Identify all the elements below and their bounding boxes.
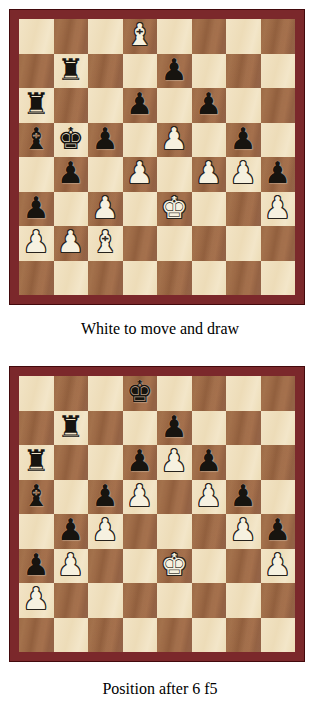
black-pawn: ♟ — [264, 158, 291, 188]
square-b5: ♚ — [54, 123, 89, 158]
white-pawn: ♟ — [264, 550, 291, 580]
caption-bottom: Position after 6 f5 — [0, 678, 320, 699]
white-pawn: ♟ — [126, 481, 153, 511]
black-pawn: ♟ — [57, 515, 84, 545]
black-king: ♚ — [57, 124, 84, 154]
chess-board-top: ♝♜♟♜♟♟♝♚♟♟♟♟♟♟♟♟♟♟♚♟♟♟♝ — [19, 19, 295, 295]
square-e7: ♟ — [157, 54, 192, 89]
square-h8 — [261, 376, 296, 411]
square-a7 — [19, 411, 54, 446]
square-b6 — [54, 88, 89, 123]
black-bishop: ♝ — [23, 481, 50, 511]
square-c3 — [88, 549, 123, 584]
black-rook: ♜ — [23, 89, 50, 119]
white-pawn: ♟ — [57, 227, 84, 257]
square-f3 — [192, 192, 227, 227]
white-pawn: ♟ — [161, 446, 188, 476]
black-pawn: ♟ — [92, 481, 119, 511]
square-f6: ♟ — [192, 445, 227, 480]
square-g7 — [226, 411, 261, 446]
square-d3 — [123, 192, 158, 227]
square-g6 — [226, 445, 261, 480]
black-pawn: ♟ — [161, 412, 188, 442]
white-pawn: ♟ — [195, 158, 222, 188]
black-king: ♚ — [126, 377, 153, 407]
square-f8 — [192, 376, 227, 411]
square-e8 — [157, 19, 192, 54]
square-h3: ♟ — [261, 192, 296, 227]
square-d8: ♚ — [123, 376, 158, 411]
square-h1 — [261, 618, 296, 653]
white-pawn: ♟ — [195, 481, 222, 511]
square-d4 — [123, 514, 158, 549]
white-king: ♚ — [161, 550, 188, 580]
white-pawn: ♟ — [57, 550, 84, 580]
square-h4: ♟ — [261, 157, 296, 192]
square-e6: ♟ — [157, 445, 192, 480]
black-rook: ♜ — [57, 412, 84, 442]
square-f2 — [192, 226, 227, 261]
square-d7 — [123, 54, 158, 89]
square-c7 — [88, 54, 123, 89]
square-g4: ♟ — [226, 514, 261, 549]
white-pawn: ♟ — [92, 193, 119, 223]
chess-board-bottom: ♚♜♟♜♟♟♟♝♟♟♟♟♟♟♟♟♟♟♚♟♟ — [19, 376, 295, 652]
square-d6: ♟ — [123, 445, 158, 480]
square-h6 — [261, 88, 296, 123]
square-b2 — [54, 583, 89, 618]
square-c5: ♟ — [88, 123, 123, 158]
square-c2 — [88, 583, 123, 618]
square-g2 — [226, 583, 261, 618]
square-h2 — [261, 226, 296, 261]
square-h6 — [261, 445, 296, 480]
black-pawn: ♟ — [264, 515, 291, 545]
square-f2 — [192, 583, 227, 618]
square-e4 — [157, 514, 192, 549]
square-a3: ♟ — [19, 549, 54, 584]
square-b8 — [54, 376, 89, 411]
square-d4: ♟ — [123, 157, 158, 192]
black-pawn: ♟ — [161, 55, 188, 85]
square-e4 — [157, 157, 192, 192]
square-g8 — [226, 19, 261, 54]
white-pawn: ♟ — [92, 515, 119, 545]
board-frame-top: ♝♜♟♜♟♟♝♚♟♟♟♟♟♟♟♟♟♟♚♟♟♟♝ — [10, 10, 304, 304]
square-d2 — [123, 226, 158, 261]
black-pawn: ♟ — [126, 446, 153, 476]
square-g5: ♟ — [226, 480, 261, 515]
square-c8 — [88, 376, 123, 411]
black-pawn: ♟ — [23, 550, 50, 580]
square-h7 — [261, 54, 296, 89]
diagram-top: ♝♜♟♜♟♟♝♚♟♟♟♟♟♟♟♟♟♟♚♟♟♟♝ White to move an… — [0, 10, 320, 339]
square-b5 — [54, 480, 89, 515]
square-g3 — [226, 549, 261, 584]
square-c2: ♝ — [88, 226, 123, 261]
white-pawn: ♟ — [230, 158, 257, 188]
square-e1 — [157, 618, 192, 653]
square-g8 — [226, 376, 261, 411]
square-e3: ♚ — [157, 549, 192, 584]
square-e1 — [157, 261, 192, 296]
square-a3: ♟ — [19, 192, 54, 227]
square-a5: ♝ — [19, 480, 54, 515]
square-b7: ♜ — [54, 411, 89, 446]
square-d2 — [123, 583, 158, 618]
square-a2: ♟ — [19, 226, 54, 261]
square-h5 — [261, 480, 296, 515]
black-pawn: ♟ — [230, 481, 257, 511]
square-a4 — [19, 514, 54, 549]
white-bishop: ♝ — [126, 20, 153, 50]
black-rook: ♜ — [57, 55, 84, 85]
square-a5: ♝ — [19, 123, 54, 158]
square-a6: ♜ — [19, 445, 54, 480]
caption-top: White to move and draw — [0, 318, 320, 339]
square-e5 — [157, 480, 192, 515]
square-g1 — [226, 261, 261, 296]
square-f5 — [192, 123, 227, 158]
square-h4: ♟ — [261, 514, 296, 549]
square-b4: ♟ — [54, 514, 89, 549]
square-a4 — [19, 157, 54, 192]
square-g6 — [226, 88, 261, 123]
square-g3 — [226, 192, 261, 227]
square-f1 — [192, 261, 227, 296]
square-b7: ♜ — [54, 54, 89, 89]
square-g7 — [226, 54, 261, 89]
square-e2 — [157, 226, 192, 261]
square-a6: ♜ — [19, 88, 54, 123]
square-h5 — [261, 123, 296, 158]
square-e5: ♟ — [157, 123, 192, 158]
diagram-bottom: ♚♜♟♜♟♟♟♝♟♟♟♟♟♟♟♟♟♟♚♟♟ Position after 6 f… — [0, 367, 320, 699]
black-pawn: ♟ — [195, 89, 222, 119]
square-e8 — [157, 376, 192, 411]
square-f7 — [192, 54, 227, 89]
white-pawn: ♟ — [264, 193, 291, 223]
black-bishop: ♝ — [23, 124, 50, 154]
square-f7 — [192, 411, 227, 446]
square-b6 — [54, 445, 89, 480]
square-c3: ♟ — [88, 192, 123, 227]
square-d7 — [123, 411, 158, 446]
square-a1 — [19, 261, 54, 296]
square-d8: ♝ — [123, 19, 158, 54]
black-pawn: ♟ — [92, 124, 119, 154]
square-f4: ♟ — [192, 157, 227, 192]
square-b1 — [54, 261, 89, 296]
black-pawn: ♟ — [57, 158, 84, 188]
square-a1 — [19, 618, 54, 653]
square-c7 — [88, 411, 123, 446]
square-g4: ♟ — [226, 157, 261, 192]
square-d5: ♟ — [123, 480, 158, 515]
square-h2 — [261, 583, 296, 618]
square-b2: ♟ — [54, 226, 89, 261]
square-b3: ♟ — [54, 549, 89, 584]
square-a8 — [19, 376, 54, 411]
square-b3 — [54, 192, 89, 227]
square-d6: ♟ — [123, 88, 158, 123]
black-pawn: ♟ — [23, 193, 50, 223]
square-h8 — [261, 19, 296, 54]
square-g5: ♟ — [226, 123, 261, 158]
square-f8 — [192, 19, 227, 54]
square-c5: ♟ — [88, 480, 123, 515]
square-e7: ♟ — [157, 411, 192, 446]
square-c4 — [88, 157, 123, 192]
square-a7 — [19, 54, 54, 89]
square-c1 — [88, 261, 123, 296]
square-c6 — [88, 445, 123, 480]
square-f6: ♟ — [192, 88, 227, 123]
square-c1 — [88, 618, 123, 653]
white-king: ♚ — [161, 193, 188, 223]
square-h7 — [261, 411, 296, 446]
square-e2 — [157, 583, 192, 618]
white-bishop: ♝ — [92, 227, 119, 257]
square-b8 — [54, 19, 89, 54]
square-e6 — [157, 88, 192, 123]
square-b4: ♟ — [54, 157, 89, 192]
square-c6 — [88, 88, 123, 123]
white-pawn: ♟ — [161, 124, 188, 154]
chess-study-page: ♝♜♟♜♟♟♝♚♟♟♟♟♟♟♟♟♟♟♚♟♟♟♝ White to move an… — [0, 0, 320, 703]
black-rook: ♜ — [23, 446, 50, 476]
square-c4: ♟ — [88, 514, 123, 549]
board-frame-bottom: ♚♜♟♜♟♟♟♝♟♟♟♟♟♟♟♟♟♟♚♟♟ — [10, 367, 304, 661]
square-f5: ♟ — [192, 480, 227, 515]
white-pawn: ♟ — [23, 227, 50, 257]
square-f4 — [192, 514, 227, 549]
square-e3: ♚ — [157, 192, 192, 227]
square-a2: ♟ — [19, 583, 54, 618]
square-f1 — [192, 618, 227, 653]
square-h1 — [261, 261, 296, 296]
square-f3 — [192, 549, 227, 584]
square-d5 — [123, 123, 158, 158]
black-pawn: ♟ — [195, 446, 222, 476]
square-d1 — [123, 261, 158, 296]
square-g1 — [226, 618, 261, 653]
white-pawn: ♟ — [230, 515, 257, 545]
square-c8 — [88, 19, 123, 54]
square-g2 — [226, 226, 261, 261]
square-a8 — [19, 19, 54, 54]
white-pawn: ♟ — [23, 584, 50, 614]
white-pawn: ♟ — [126, 158, 153, 188]
square-d1 — [123, 618, 158, 653]
black-pawn: ♟ — [230, 124, 257, 154]
square-b1 — [54, 618, 89, 653]
square-h3: ♟ — [261, 549, 296, 584]
square-d3 — [123, 549, 158, 584]
black-pawn: ♟ — [126, 89, 153, 119]
